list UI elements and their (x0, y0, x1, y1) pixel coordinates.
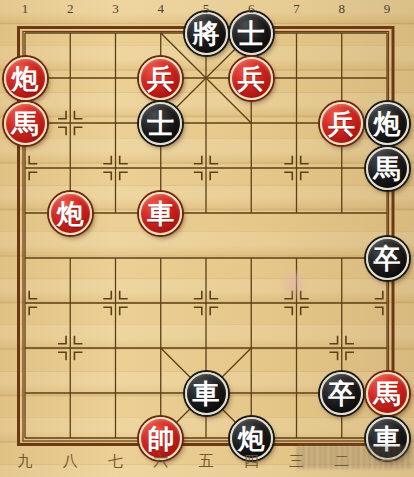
piece-grid[interactable]: 將士炮兵兵馬士兵炮馬炮車卒車卒馬帥炮車 (2, 11, 409, 461)
red-chariot[interactable]: 車 (139, 192, 182, 235)
red-cannon[interactable]: 炮 (4, 57, 47, 100)
xiangqi-board: 將士炮兵兵馬士兵炮馬炮車卒車卒馬帥炮車 123456789九八七六五四三二一 (0, 0, 414, 477)
black-advisor[interactable]: 士 (230, 12, 273, 55)
black-soldier[interactable]: 卒 (320, 372, 363, 415)
red-horse[interactable]: 馬 (366, 372, 409, 415)
red-cannon[interactable]: 炮 (49, 192, 92, 235)
red-soldier[interactable]: 兵 (230, 57, 273, 100)
red-horse[interactable]: 馬 (4, 102, 47, 145)
black-horse[interactable]: 馬 (366, 147, 409, 190)
image-smudge (286, 272, 302, 298)
watermark (297, 445, 413, 469)
red-general[interactable]: 帥 (139, 417, 182, 460)
black-general[interactable]: 將 (185, 12, 228, 55)
black-chariot[interactable]: 車 (185, 372, 228, 415)
black-cannon[interactable]: 炮 (366, 102, 409, 145)
black-soldier[interactable]: 卒 (366, 237, 409, 280)
black-advisor[interactable]: 士 (139, 102, 182, 145)
red-soldier[interactable]: 兵 (320, 102, 363, 145)
black-cannon[interactable]: 炮 (230, 417, 273, 460)
red-soldier[interactable]: 兵 (139, 57, 182, 100)
